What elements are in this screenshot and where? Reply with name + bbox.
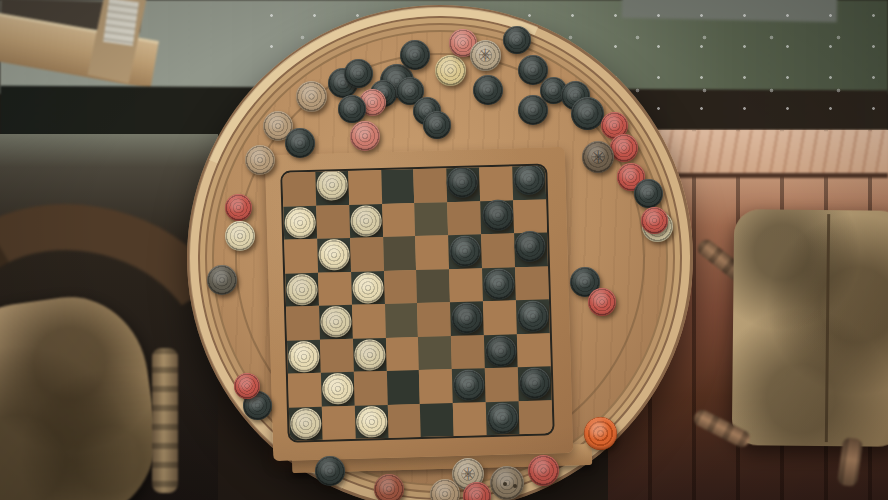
checker-piece-scattered-dark[interactable]: [473, 75, 503, 105]
checker-piece-scattered-cream[interactable]: [225, 221, 255, 251]
checker-piece-scattered-dark[interactable]: [338, 95, 366, 123]
checker-piece-scattered-red[interactable]: [234, 373, 260, 399]
checker-piece-scattered-tan[interactable]: [296, 81, 327, 112]
checker-piece-scattered-gray[interactable]: [207, 265, 237, 295]
checker-piece-scattered-stardark[interactable]: [582, 141, 614, 173]
checker-piece-scattered-red[interactable]: [641, 207, 668, 234]
scene: [0, 0, 888, 500]
checker-piece-scattered-button[interactable]: [490, 466, 524, 500]
checker-piece-scattered-dark[interactable]: [423, 111, 451, 139]
checker-piece-scattered-dark[interactable]: [344, 59, 373, 88]
checker-piece-scattered-pink[interactable]: [350, 121, 380, 151]
scattered-pieces-layer: [0, 0, 888, 500]
checker-piece-scattered-orange[interactable]: [584, 417, 617, 450]
checker-piece-scattered-red[interactable]: [588, 288, 616, 316]
checker-piece-scattered-dark[interactable]: [503, 26, 531, 54]
checker-piece-scattered-red[interactable]: [225, 194, 252, 221]
checker-piece-scattered-dark[interactable]: [285, 128, 315, 158]
checker-piece-scattered-red[interactable]: [528, 455, 559, 486]
checker-piece-scattered-dark[interactable]: [571, 97, 604, 130]
checker-piece-scattered-red[interactable]: [463, 482, 491, 500]
checker-piece-scattered-red[interactable]: [610, 134, 638, 162]
checker-piece-scattered-butter[interactable]: [435, 55, 466, 86]
checker-piece-scattered-dark[interactable]: [315, 456, 345, 486]
checker-piece-scattered-dark[interactable]: [634, 179, 663, 208]
checker-piece-scattered-star[interactable]: [470, 40, 501, 71]
checker-piece-scattered-dark[interactable]: [400, 40, 430, 70]
checker-piece-scattered-tan[interactable]: [245, 145, 275, 175]
checker-piece-scattered-redbrown[interactable]: [374, 474, 404, 500]
